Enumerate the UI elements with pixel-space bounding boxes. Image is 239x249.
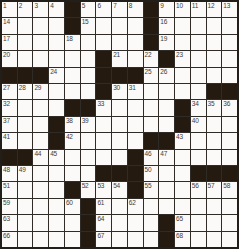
white-square[interactable] <box>222 133 237 148</box>
white-square[interactable] <box>49 199 64 214</box>
clue-number: 5 <box>82 2 85 9</box>
white-square[interactable] <box>128 18 143 33</box>
white-square[interactable] <box>175 150 190 165</box>
white-square[interactable] <box>18 51 33 66</box>
white-square[interactable]: 17 <box>2 35 17 50</box>
white-square[interactable]: 41 <box>2 133 17 148</box>
white-square[interactable] <box>222 68 237 83</box>
white-square[interactable] <box>112 232 127 247</box>
clue-number: 19 <box>160 35 167 42</box>
white-square[interactable] <box>112 215 127 230</box>
white-square[interactable]: 2 <box>18 2 33 17</box>
clue-number: 23 <box>176 51 183 58</box>
clue-number: 24 <box>50 68 57 75</box>
white-square[interactable] <box>81 51 96 66</box>
white-square[interactable] <box>175 182 190 197</box>
black-square <box>159 133 174 148</box>
white-square[interactable]: 43 <box>175 133 190 148</box>
black-square <box>18 68 33 83</box>
white-square[interactable] <box>18 35 33 50</box>
white-square[interactable]: 50 <box>144 166 159 181</box>
white-square[interactable] <box>18 182 33 197</box>
black-square <box>18 150 33 165</box>
black-square <box>65 18 80 33</box>
clue-number: 56 <box>192 182 199 189</box>
white-square[interactable]: 9 <box>159 2 174 17</box>
clue-number: 27 <box>3 84 10 91</box>
black-square <box>175 117 190 132</box>
white-square[interactable]: 26 <box>159 68 174 83</box>
white-square[interactable] <box>81 133 96 148</box>
clue-number: 4 <box>50 2 53 9</box>
white-square[interactable] <box>96 117 111 132</box>
white-square[interactable] <box>144 100 159 115</box>
black-square <box>128 68 143 83</box>
white-square[interactable]: 29 <box>33 84 48 99</box>
clue-number: 25 <box>145 68 152 75</box>
clue-number: 2 <box>19 2 22 9</box>
clue-number: 37 <box>3 117 10 124</box>
black-square <box>222 84 237 99</box>
clue-number: 65 <box>176 215 183 222</box>
white-square[interactable]: 67 <box>96 232 111 247</box>
clue-number: 21 <box>113 51 120 58</box>
white-square[interactable] <box>191 150 206 165</box>
clue-number: 43 <box>176 133 183 140</box>
white-square[interactable]: 38 <box>65 117 80 132</box>
clue-number: 16 <box>160 18 167 25</box>
white-square[interactable]: 27 <box>2 84 17 99</box>
white-square[interactable]: 63 <box>2 215 17 230</box>
white-square[interactable]: 11 <box>191 2 206 17</box>
clue-number: 61 <box>97 199 104 206</box>
white-square[interactable] <box>81 166 96 181</box>
white-square[interactable] <box>18 232 33 247</box>
clue-number: 59 <box>3 199 10 206</box>
clue-number: 64 <box>97 215 104 222</box>
white-square[interactable] <box>207 51 222 66</box>
white-square[interactable] <box>222 18 237 33</box>
clue-number: 63 <box>3 215 10 222</box>
clue-number: 7 <box>113 2 116 9</box>
white-square[interactable]: 28 <box>18 84 33 99</box>
white-square[interactable] <box>128 35 143 50</box>
white-square[interactable] <box>207 150 222 165</box>
white-square[interactable] <box>33 232 48 247</box>
white-square[interactable]: 24 <box>49 68 64 83</box>
white-square[interactable]: 47 <box>159 150 174 165</box>
white-square[interactable] <box>18 117 33 132</box>
white-square[interactable] <box>175 84 190 99</box>
white-square[interactable] <box>175 68 190 83</box>
clue-number: 15 <box>82 18 89 25</box>
clue-number: 28 <box>19 84 26 91</box>
white-square[interactable] <box>159 100 174 115</box>
white-square[interactable] <box>18 133 33 148</box>
white-square[interactable]: 8 <box>128 2 143 17</box>
white-square[interactable] <box>65 84 80 99</box>
black-square <box>207 84 222 99</box>
white-square[interactable] <box>128 117 143 132</box>
white-square[interactable]: 39 <box>81 117 96 132</box>
white-square[interactable] <box>112 100 127 115</box>
white-square[interactable]: 13 <box>222 2 237 17</box>
clue-number: 35 <box>208 100 215 107</box>
clue-number: 54 <box>113 182 120 189</box>
clue-number: 11 <box>192 2 198 9</box>
white-square[interactable] <box>159 199 174 214</box>
white-square[interactable]: 14 <box>2 18 17 33</box>
black-square <box>159 215 174 230</box>
white-square[interactable]: 60 <box>65 199 80 214</box>
black-square <box>81 100 96 115</box>
white-square[interactable] <box>144 215 159 230</box>
white-square[interactable] <box>112 117 127 132</box>
clue-number: 53 <box>97 182 104 189</box>
white-square[interactable] <box>191 84 206 99</box>
white-square[interactable] <box>49 84 64 99</box>
white-square[interactable] <box>222 117 237 132</box>
black-square <box>207 166 222 181</box>
clue-number: 10 <box>176 2 183 9</box>
white-square[interactable] <box>65 150 80 165</box>
black-square <box>65 182 80 197</box>
white-square[interactable] <box>175 18 190 33</box>
black-square <box>65 2 80 17</box>
white-square[interactable] <box>222 35 237 50</box>
black-square <box>49 117 64 132</box>
white-square[interactable] <box>159 182 174 197</box>
white-square[interactable] <box>175 199 190 214</box>
white-square[interactable]: 20 <box>2 51 17 66</box>
white-square[interactable] <box>144 84 159 99</box>
white-square[interactable]: 36 <box>222 100 237 115</box>
white-square[interactable] <box>207 232 222 247</box>
white-square[interactable]: 57 <box>207 182 222 197</box>
white-square[interactable] <box>33 117 48 132</box>
black-square <box>191 166 206 181</box>
black-square <box>144 18 159 33</box>
black-square <box>96 68 111 83</box>
white-square[interactable] <box>222 150 237 165</box>
white-square[interactable]: 32 <box>2 100 17 115</box>
white-square[interactable] <box>207 133 222 148</box>
white-square[interactable] <box>49 215 64 230</box>
white-square[interactable] <box>144 117 159 132</box>
white-square[interactable] <box>65 68 80 83</box>
white-square[interactable]: 49 <box>18 166 33 181</box>
white-square[interactable]: 48 <box>2 166 17 181</box>
white-square[interactable] <box>18 199 33 214</box>
black-square <box>81 199 96 214</box>
white-square[interactable] <box>175 166 190 181</box>
clue-number: 46 <box>145 150 152 157</box>
white-square[interactable] <box>207 215 222 230</box>
white-square[interactable]: 68 <box>175 232 190 247</box>
clue-number: 60 <box>66 199 73 206</box>
white-square[interactable] <box>49 166 64 181</box>
white-square[interactable] <box>159 84 174 99</box>
white-square[interactable]: 58 <box>222 182 237 197</box>
white-square[interactable]: 19 <box>159 35 174 50</box>
white-square[interactable]: 56 <box>191 182 206 197</box>
white-square[interactable] <box>207 18 222 33</box>
white-square[interactable] <box>65 215 80 230</box>
white-square[interactable]: 10 <box>175 2 190 17</box>
clue-number: 14 <box>3 18 10 25</box>
white-square[interactable]: 21 <box>112 51 127 66</box>
black-square <box>159 51 174 66</box>
clue-number: 12 <box>208 2 215 9</box>
white-square[interactable]: 45 <box>49 150 64 165</box>
white-square[interactable] <box>112 199 127 214</box>
white-square[interactable]: 53 <box>96 182 111 197</box>
white-square[interactable] <box>128 51 143 66</box>
black-square <box>96 51 111 66</box>
black-square <box>81 232 96 247</box>
white-square[interactable] <box>112 18 127 33</box>
white-square[interactable] <box>222 232 237 247</box>
white-square[interactable] <box>175 35 190 50</box>
white-square[interactable] <box>144 232 159 247</box>
clue-number: 13 <box>223 2 230 9</box>
white-square[interactable] <box>49 100 64 115</box>
black-square <box>128 182 143 197</box>
clue-number: 52 <box>82 182 89 189</box>
clue-number: 49 <box>19 166 26 173</box>
clue-number: 32 <box>3 100 10 107</box>
crossword-grid: 1234567891011121314151617181920212223242… <box>0 0 239 249</box>
white-square[interactable] <box>81 150 96 165</box>
black-square <box>112 166 127 181</box>
clue-number: 39 <box>82 117 89 124</box>
white-square[interactable] <box>18 100 33 115</box>
white-square[interactable] <box>128 133 143 148</box>
clue-number: 47 <box>160 150 167 157</box>
clue-number: 9 <box>160 2 163 9</box>
clue-number: 18 <box>66 35 73 42</box>
clue-number: 1 <box>3 2 6 9</box>
white-square[interactable]: 40 <box>191 117 206 132</box>
white-square[interactable] <box>49 232 64 247</box>
white-square[interactable]: 5 <box>81 2 96 17</box>
white-square[interactable]: 22 <box>144 51 159 66</box>
clue-number: 66 <box>3 232 10 239</box>
clue-number: 44 <box>34 150 41 157</box>
clue-number: 34 <box>192 100 199 107</box>
white-square[interactable]: 4 <box>49 2 64 17</box>
white-square[interactable] <box>18 18 33 33</box>
white-square[interactable] <box>207 117 222 132</box>
clue-number: 26 <box>160 68 167 75</box>
white-square[interactable] <box>96 18 111 33</box>
white-square[interactable]: 23 <box>175 51 190 66</box>
white-square[interactable] <box>207 35 222 50</box>
clue-number: 3 <box>34 2 37 9</box>
white-square[interactable]: 66 <box>2 232 17 247</box>
black-square <box>81 215 96 230</box>
white-square[interactable] <box>33 51 48 66</box>
black-square <box>96 84 111 99</box>
white-square[interactable] <box>159 117 174 132</box>
white-square[interactable] <box>65 51 80 66</box>
clue-number: 33 <box>97 100 104 107</box>
clue-number: 41 <box>3 133 10 140</box>
white-square[interactable]: 37 <box>2 117 17 132</box>
clue-number: 55 <box>145 182 152 189</box>
white-square[interactable]: 25 <box>144 68 159 83</box>
white-square[interactable] <box>222 51 237 66</box>
white-square[interactable]: 62 <box>128 199 143 214</box>
white-square[interactable]: 3 <box>33 2 48 17</box>
white-square[interactable] <box>191 215 206 230</box>
clue-number: 20 <box>3 51 10 58</box>
clue-number: 36 <box>223 100 230 107</box>
white-square[interactable]: 51 <box>2 182 17 197</box>
white-square[interactable]: 42 <box>65 133 80 148</box>
white-square[interactable]: 16 <box>159 18 174 33</box>
clue-number: 40 <box>192 117 199 124</box>
white-square[interactable]: 18 <box>65 35 80 50</box>
black-square <box>222 166 237 181</box>
white-square[interactable]: 64 <box>96 215 111 230</box>
clue-number: 6 <box>97 2 100 9</box>
black-square <box>128 166 143 181</box>
white-square[interactable]: 46 <box>144 150 159 165</box>
black-square <box>2 68 17 83</box>
black-square <box>144 133 159 148</box>
white-square[interactable] <box>81 35 96 50</box>
white-square[interactable]: 54 <box>112 182 127 197</box>
white-square[interactable]: 12 <box>207 2 222 17</box>
black-square <box>112 68 127 83</box>
white-square[interactable] <box>222 199 237 214</box>
clue-number: 57 <box>208 182 215 189</box>
clue-number: 22 <box>145 51 152 58</box>
clue-number: 50 <box>145 166 152 173</box>
white-square[interactable]: 6 <box>96 2 111 17</box>
clue-number: 48 <box>3 166 10 173</box>
clue-number: 42 <box>66 133 73 140</box>
white-square[interactable]: 55 <box>144 182 159 197</box>
white-square[interactable] <box>191 232 206 247</box>
white-square[interactable]: 31 <box>128 84 143 99</box>
clue-number: 58 <box>223 182 230 189</box>
white-square[interactable] <box>159 166 174 181</box>
white-square[interactable] <box>81 68 96 83</box>
white-square[interactable] <box>65 232 80 247</box>
white-square[interactable]: 15 <box>81 18 96 33</box>
black-square <box>144 35 159 50</box>
white-square[interactable] <box>33 215 48 230</box>
white-square[interactable]: 65 <box>175 215 190 230</box>
white-square[interactable]: 34 <box>191 100 206 115</box>
white-square[interactable] <box>49 51 64 66</box>
white-square[interactable]: 30 <box>112 84 127 99</box>
clue-number: 62 <box>129 199 136 206</box>
white-square[interactable]: 7 <box>112 2 127 17</box>
white-square[interactable] <box>191 35 206 50</box>
black-square <box>65 100 80 115</box>
white-square[interactable]: 33 <box>96 100 111 115</box>
white-square[interactable]: 61 <box>96 199 111 214</box>
clue-number: 31 <box>129 84 136 91</box>
white-square[interactable] <box>33 18 48 33</box>
clue-number: 29 <box>34 84 41 91</box>
white-square[interactable] <box>191 199 206 214</box>
white-square[interactable] <box>144 199 159 214</box>
white-square[interactable]: 52 <box>81 182 96 197</box>
clue-number: 8 <box>129 2 132 9</box>
white-square[interactable] <box>96 35 111 50</box>
clue-number: 51 <box>3 182 10 189</box>
white-square[interactable] <box>128 232 143 247</box>
white-square[interactable] <box>96 133 111 148</box>
black-square <box>128 150 143 165</box>
white-square[interactable] <box>207 199 222 214</box>
clue-number: 45 <box>50 150 57 157</box>
white-square[interactable] <box>33 100 48 115</box>
white-square[interactable] <box>81 84 96 99</box>
white-square[interactable] <box>18 215 33 230</box>
clue-number: 17 <box>3 35 10 42</box>
white-square[interactable] <box>128 215 143 230</box>
white-square[interactable] <box>33 166 48 181</box>
white-square[interactable] <box>191 68 206 83</box>
white-square[interactable] <box>207 68 222 83</box>
clue-number: 68 <box>176 232 183 239</box>
white-square[interactable] <box>33 182 48 197</box>
white-square[interactable] <box>112 35 127 50</box>
white-square[interactable] <box>33 35 48 50</box>
white-square[interactable] <box>112 150 127 165</box>
white-square[interactable]: 35 <box>207 100 222 115</box>
white-square[interactable] <box>191 133 206 148</box>
white-square[interactable] <box>49 182 64 197</box>
black-square <box>175 100 190 115</box>
black-square <box>49 133 64 148</box>
clue-number: 38 <box>66 117 73 124</box>
white-square[interactable] <box>112 133 127 148</box>
black-square <box>33 68 48 83</box>
black-square <box>159 232 174 247</box>
white-square[interactable] <box>128 100 143 115</box>
black-square <box>96 166 111 181</box>
white-square[interactable]: 1 <box>2 2 17 17</box>
white-square[interactable] <box>191 18 206 33</box>
white-square[interactable]: 59 <box>2 199 17 214</box>
white-square[interactable] <box>65 166 80 181</box>
white-square[interactable] <box>191 51 206 66</box>
white-square[interactable] <box>33 133 48 148</box>
clue-number: 67 <box>97 232 104 239</box>
white-square[interactable] <box>49 18 64 33</box>
white-square[interactable] <box>222 215 237 230</box>
white-square[interactable] <box>33 199 48 214</box>
white-square[interactable] <box>96 150 111 165</box>
white-square[interactable]: 44 <box>33 150 48 165</box>
white-square[interactable] <box>49 35 64 50</box>
black-square <box>144 2 159 17</box>
black-square <box>2 150 17 165</box>
clue-number: 30 <box>113 84 120 91</box>
